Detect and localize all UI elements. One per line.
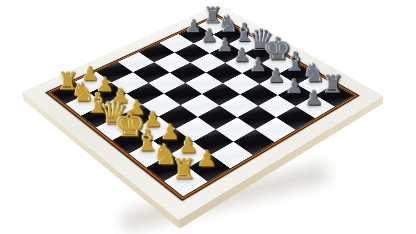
- scene: ♜♞♝♛♚♝♞♜♟♟♟♟♟♟♟♟♟♟♟♟♟♟♟♟♜♞♝♛♚♝♞♜: [0, 0, 416, 234]
- piece-black-pawn: ♟: [286, 76, 304, 96]
- square-h1: ♜: [164, 168, 207, 197]
- piece-black-pawn: ♟: [186, 17, 202, 35]
- piece-black-rook: ♜: [322, 72, 344, 96]
- marble-slab-top: ♜♞♝♛♚♝♞♜♟♟♟♟♟♟♟♟♟♟♟♟♟♟♟♟♜♞♝♛♚♝♞♜: [22, 4, 383, 220]
- piece-black-pawn: ♟: [201, 26, 218, 44]
- piece-white-pawn: ♟: [179, 134, 199, 156]
- piece-black-pawn: ♟: [233, 45, 250, 64]
- piece-black-pawn: ♟: [268, 65, 286, 85]
- chess-board: ♜♞♝♛♚♝♞♜♟♟♟♟♟♟♟♟♟♟♟♟♟♟♟♟♜♞♝♛♚♝♞♜: [22, 4, 383, 220]
- board-grid: ♜♞♝♛♚♝♞♜♟♟♟♟♟♟♟♟♟♟♟♟♟♟♟♟♜♞♝♛♚♝♞♜: [51, 17, 353, 196]
- piece-black-pawn: ♟: [250, 55, 267, 74]
- piece-black-pawn: ♟: [217, 35, 234, 54]
- piece-white-pawn: ♟: [197, 147, 217, 169]
- piece-black-pawn: ♟: [304, 87, 322, 107]
- photo-canvas: ♜♞♝♛♚♝♞♜♟♟♟♟♟♟♟♟♟♟♟♟♟♟♟♟♜♞♝♛♚♝♞♜: [0, 0, 416, 234]
- piece-white-rook: ♜: [171, 156, 196, 183]
